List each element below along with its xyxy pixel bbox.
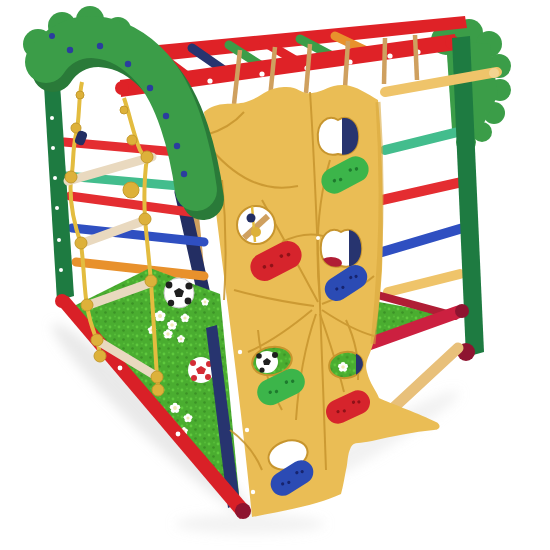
climbing-cube-photo — [0, 0, 550, 550]
cutout-round — [237, 206, 275, 244]
soccer-ball-black — [164, 278, 194, 308]
scene-svg — [0, 0, 550, 550]
